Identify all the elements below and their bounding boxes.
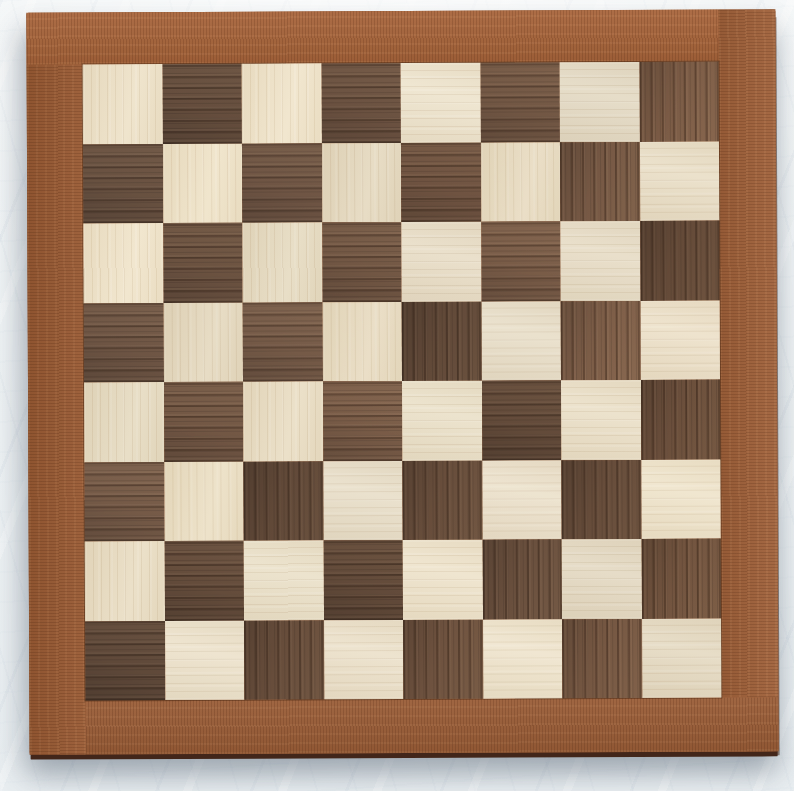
square-c8[interactable] [242,63,322,143]
square-f2[interactable] [482,539,562,619]
square-b8[interactable] [162,64,242,144]
square-c3[interactable] [243,461,323,541]
square-b1[interactable] [165,620,245,700]
square-c4[interactable] [243,381,323,461]
square-c6[interactable] [242,222,322,302]
square-e3[interactable] [402,460,482,540]
square-h2[interactable] [641,539,721,619]
square-c2[interactable] [244,540,324,620]
square-b5[interactable] [163,302,243,382]
square-d2[interactable] [323,540,403,620]
square-g4[interactable] [561,380,641,460]
square-c1[interactable] [244,620,324,700]
square-f6[interactable] [481,221,561,301]
square-e1[interactable] [403,619,483,699]
square-g3[interactable] [561,459,641,539]
square-f1[interactable] [483,619,563,699]
square-d7[interactable] [321,143,401,223]
square-e5[interactable] [402,301,482,381]
square-h1[interactable] [642,618,722,698]
square-h4[interactable] [640,380,720,460]
square-a6[interactable] [83,223,163,303]
square-e8[interactable] [401,63,481,143]
frame-top-rail [26,10,718,65]
square-b4[interactable] [163,382,243,462]
square-d6[interactable] [322,222,402,302]
square-d1[interactable] [324,619,404,699]
square-f4[interactable] [481,380,561,460]
square-h8[interactable] [639,62,719,142]
photo-scene [0,0,794,791]
square-g5[interactable] [561,300,641,380]
square-g8[interactable] [560,62,640,142]
square-a1[interactable] [85,621,165,701]
square-d5[interactable] [322,302,402,382]
square-h5[interactable] [640,300,720,380]
square-b6[interactable] [163,223,243,303]
square-h6[interactable] [640,221,720,301]
square-d4[interactable] [322,381,402,461]
square-g1[interactable] [562,618,642,698]
square-c7[interactable] [242,143,322,223]
square-f5[interactable] [481,301,561,381]
playing-area [83,62,722,701]
square-e6[interactable] [401,222,481,302]
square-g7[interactable] [560,141,640,221]
square-f7[interactable] [480,142,560,222]
square-f3[interactable] [482,460,562,540]
square-a3[interactable] [84,462,164,542]
square-d3[interactable] [323,461,403,541]
frame-bottom-rail [85,697,778,754]
square-g2[interactable] [562,539,642,619]
square-a4[interactable] [84,382,164,462]
square-e7[interactable] [401,142,481,222]
square-h7[interactable] [639,141,719,221]
square-c5[interactable] [243,302,323,382]
square-e2[interactable] [403,540,483,620]
frame-left-stile [27,64,86,754]
square-f8[interactable] [480,62,560,142]
square-h3[interactable] [641,459,721,539]
square-a7[interactable] [83,144,163,224]
square-a5[interactable] [84,303,164,383]
square-b2[interactable] [164,541,244,621]
square-d8[interactable] [321,63,401,143]
square-e4[interactable] [402,381,482,461]
square-b3[interactable] [164,461,244,541]
chess-board [26,9,778,754]
square-a2[interactable] [85,541,165,621]
square-g6[interactable] [560,221,640,301]
square-a8[interactable] [83,64,163,144]
square-b7[interactable] [162,143,242,223]
frame-right-stile [718,9,778,697]
